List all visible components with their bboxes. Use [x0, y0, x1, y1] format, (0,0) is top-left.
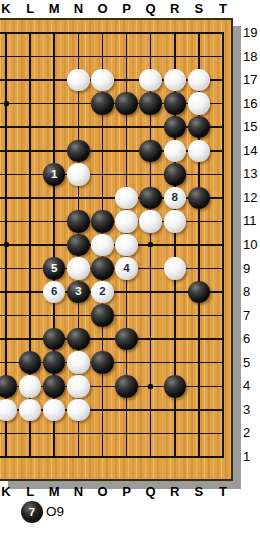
white-stone-R11 [164, 210, 187, 233]
row-label-9: 9 [243, 261, 260, 277]
white-stone-R9 [164, 257, 187, 280]
white-stone-N4 [67, 375, 90, 398]
white-stone-O17 [91, 69, 114, 92]
black-stone-N11 [67, 210, 90, 233]
white-stone-N3 [67, 399, 90, 422]
white-stone-R14 [164, 140, 187, 163]
star-point-Q4 [148, 384, 153, 389]
white-stone-Q17 [139, 69, 162, 92]
white-stone-P11 [115, 210, 138, 233]
caption-move-7-stone-icon: 7 [21, 501, 43, 523]
column-label-T-bottom: T [211, 484, 235, 499]
black-stone-P6 [115, 328, 138, 351]
black-stone-O11 [91, 210, 114, 233]
column-label-Q-bottom: Q [139, 484, 163, 499]
caption-coordinate: O9 [46, 504, 64, 519]
row-label-4: 4 [243, 378, 260, 394]
white-stone-O10 [91, 234, 114, 257]
grid-hline-18 [0, 56, 224, 58]
black-stone-R4 [164, 375, 187, 398]
black-stone-N14 [67, 140, 90, 163]
row-label-10: 10 [243, 237, 260, 253]
column-label-N-top: N [66, 1, 90, 16]
grid-hline-13 [0, 174, 224, 176]
grid-hline-2 [0, 433, 224, 435]
column-label-S-bottom: S [187, 484, 211, 499]
black-stone-S12 [188, 187, 211, 210]
star-point-Q10 [148, 242, 153, 247]
row-label-1: 1 [243, 449, 260, 465]
white-stone-P12 [115, 187, 138, 210]
row-label-19: 19 [243, 25, 260, 41]
white-stone-S14 [188, 140, 211, 163]
row-label-16: 16 [243, 96, 260, 112]
column-label-T-top: T [211, 1, 235, 16]
row-label-11: 11 [243, 213, 260, 229]
white-stone-R12: 8 [164, 187, 187, 210]
column-label-O-top: O [90, 1, 114, 16]
grid-hline-6 [0, 338, 224, 340]
column-label-Q-top: Q [139, 1, 163, 16]
column-label-L-bottom: L [18, 484, 42, 499]
white-stone-O8: 2 [91, 281, 114, 304]
black-stone-L5 [19, 351, 42, 374]
column-label-P-top: P [115, 1, 139, 16]
black-stone-O7 [91, 304, 114, 327]
white-stone-P10 [115, 234, 138, 257]
row-label-2: 2 [243, 425, 260, 441]
black-stone-Q14 [139, 140, 162, 163]
black-stone-R13 [164, 163, 187, 186]
column-label-R-top: R [163, 1, 187, 16]
column-label-K-bottom: K [0, 484, 18, 499]
black-stone-O5 [91, 351, 114, 374]
row-label-7: 7 [243, 308, 260, 324]
black-stone-M13: 1 [43, 163, 66, 186]
black-stone-Q16 [139, 92, 162, 115]
column-label-K-top: K [0, 1, 18, 16]
black-stone-N8: 3 [67, 281, 90, 304]
column-label-M-top: M [42, 1, 66, 16]
black-stone-O16 [91, 92, 114, 115]
black-stone-M9: 5 [43, 257, 66, 280]
move-caption: 7 O9 [0, 500, 260, 526]
row-label-15: 15 [243, 119, 260, 135]
row-label-5: 5 [243, 355, 260, 371]
column-label-S-top: S [187, 1, 211, 16]
row-label-14: 14 [243, 143, 260, 159]
black-stone-Q12 [139, 187, 162, 210]
column-label-L-top: L [18, 1, 42, 16]
black-stone-O9 [91, 257, 114, 280]
row-label-8: 8 [243, 284, 260, 300]
white-stone-N17 [67, 69, 90, 92]
white-stone-L4 [19, 375, 42, 398]
column-label-M-bottom: M [42, 484, 66, 499]
row-label-12: 12 [243, 190, 260, 206]
row-label-13: 13 [243, 166, 260, 182]
white-stone-S16 [188, 92, 211, 115]
white-stone-N5 [67, 351, 90, 374]
row-label-6: 6 [243, 331, 260, 347]
white-stone-Q11 [139, 210, 162, 233]
row-label-18: 18 [243, 49, 260, 65]
grid-hline-19 [0, 32, 224, 34]
black-stone-P4 [115, 375, 138, 398]
black-stone-R16 [164, 92, 187, 115]
column-label-R-bottom: R [163, 484, 187, 499]
go-diagram-page: 7 O9 KKLLMMNNOOPPQQRRSSTT191817161514131… [0, 0, 260, 537]
white-stone-N9 [67, 257, 90, 280]
white-stone-P9: 4 [115, 257, 138, 280]
column-label-P-bottom: P [115, 484, 139, 499]
column-label-N-bottom: N [66, 484, 90, 499]
row-label-17: 17 [243, 72, 260, 88]
star-point-K10 [4, 242, 9, 247]
grid-hline-1 [0, 456, 224, 458]
black-stone-M4 [43, 375, 66, 398]
black-stone-N6 [67, 328, 90, 351]
black-stone-N10 [67, 234, 90, 257]
row-label-3: 3 [243, 402, 260, 418]
black-stone-P16 [115, 92, 138, 115]
white-stone-N13 [67, 163, 90, 186]
star-point-K16 [4, 101, 9, 106]
column-label-O-bottom: O [90, 484, 114, 499]
